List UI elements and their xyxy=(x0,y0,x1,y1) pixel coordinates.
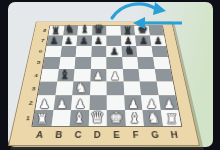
square-h3 xyxy=(156,82,175,96)
piece-bN-f6: ♞ xyxy=(124,45,135,57)
square-f1: ♝ xyxy=(125,110,144,126)
piece-wP-a2: ♟ xyxy=(39,98,50,110)
file-label-G: G xyxy=(145,127,166,143)
square-h1: ♜ xyxy=(160,110,181,126)
chess-board: ♜♞♝♛♜♚♟♟♟♟♟♟♟♟♞♝♟♟♞♟♟♟♟♟♟♜♝♛♚♝♞♜ xyxy=(31,25,182,126)
board-perspective-tilt: 87654321 ♜♞♝♛♜♚♟♟♟♟♟♟♟♟♞♝♟♟♞♟♟♟♟♟♟♜♝♛♚♝♞… xyxy=(8,22,200,146)
square-b6 xyxy=(60,46,76,57)
square-g7: ♟ xyxy=(135,36,151,46)
piece-wQ-d1: ♛ xyxy=(90,110,105,126)
square-a8: ♜ xyxy=(48,26,64,36)
square-c1: ♝ xyxy=(70,110,89,126)
square-c7: ♟ xyxy=(76,36,91,46)
square-e1: ♚ xyxy=(107,110,126,126)
piece-wP-g2: ♟ xyxy=(146,98,157,110)
square-h6 xyxy=(151,46,168,57)
square-b8: ♞ xyxy=(63,26,78,36)
piece-wP-e4: ♟ xyxy=(110,71,120,82)
square-c2: ♟ xyxy=(71,95,89,110)
file-labels: ABCDEFGH xyxy=(29,127,186,143)
square-e2 xyxy=(107,95,125,110)
square-a7: ♟ xyxy=(47,36,63,46)
piece-wN-g1: ♞ xyxy=(147,112,160,126)
piece-wN-c3: ♞ xyxy=(75,82,87,95)
square-d1: ♛ xyxy=(88,110,107,126)
piece-wP-d4: ♟ xyxy=(93,71,103,82)
square-d3 xyxy=(89,82,106,96)
piece-bP-a7: ♟ xyxy=(50,36,59,46)
square-g2: ♟ xyxy=(141,95,160,110)
square-g4 xyxy=(138,69,156,82)
square-d4: ♟ xyxy=(90,69,107,82)
rook-move-arrowhead-icon xyxy=(133,17,145,29)
piece-wB-f1: ♝ xyxy=(128,112,141,126)
square-e6: ♟ xyxy=(106,46,122,57)
file-label-A: A xyxy=(29,127,51,143)
file-label-D: D xyxy=(87,127,107,143)
king-move-arrowhead-icon xyxy=(153,2,166,15)
piece-wK-e1: ♚ xyxy=(109,111,123,126)
square-h7: ♟ xyxy=(150,36,166,46)
square-e7 xyxy=(106,36,121,46)
square-a2: ♟ xyxy=(35,95,55,110)
square-a3 xyxy=(38,82,57,96)
piece-bB-c8: ♝ xyxy=(80,24,90,35)
piece-bR-a8: ♜ xyxy=(51,25,60,35)
square-b7: ♟ xyxy=(62,36,78,46)
board-frame: 87654321 ♜♞♝♛♜♚♟♟♟♟♟♟♟♟♞♝♟♟♞♟♟♟♟♟♟♜♝♛♚♝♞… xyxy=(8,22,200,146)
square-g5 xyxy=(137,57,154,69)
square-a1: ♜ xyxy=(33,110,54,126)
square-h2: ♟ xyxy=(158,95,178,110)
square-c5 xyxy=(75,57,91,69)
square-h4 xyxy=(154,69,172,82)
square-e3 xyxy=(107,82,124,96)
square-f3 xyxy=(123,82,141,96)
piece-bP-e6: ♟ xyxy=(109,47,118,57)
square-b3 xyxy=(55,82,73,96)
square-e5 xyxy=(106,57,122,69)
square-a5 xyxy=(43,57,61,69)
castling-arrows xyxy=(104,0,188,32)
square-d5 xyxy=(90,57,106,69)
piece-wR-a1: ♜ xyxy=(36,113,48,126)
piece-bN-b8: ♞ xyxy=(65,24,75,35)
file-label-F: F xyxy=(126,127,146,143)
square-a6 xyxy=(45,46,62,57)
square-f5 xyxy=(122,57,139,69)
file-label-E: E xyxy=(107,127,127,143)
piece-bQ-d8: ♛ xyxy=(93,23,104,36)
square-e4: ♟ xyxy=(106,69,123,82)
square-f2: ♟ xyxy=(124,95,143,110)
file-label-H: H xyxy=(163,127,185,143)
piece-wP-b2: ♟ xyxy=(57,98,68,110)
piece-bP-h7: ♟ xyxy=(154,36,163,46)
piece-bP-g7: ♟ xyxy=(139,36,148,46)
square-g3 xyxy=(140,82,159,96)
piece-bP-b7: ♟ xyxy=(65,36,74,46)
piece-bB-b4: ♝ xyxy=(59,69,70,82)
square-b4: ♝ xyxy=(57,69,75,82)
square-b2: ♟ xyxy=(53,95,72,110)
piece-wB-c1: ♝ xyxy=(73,112,86,126)
square-b1 xyxy=(51,110,71,126)
square-f6: ♞ xyxy=(121,46,137,57)
file-label-B: B xyxy=(48,127,69,143)
square-a4 xyxy=(40,69,58,82)
piece-wP-c2: ♟ xyxy=(75,98,86,110)
square-h5 xyxy=(153,57,171,69)
square-d6 xyxy=(91,46,106,57)
piece-wP-f2: ♟ xyxy=(128,98,139,110)
king-move-arrow-icon xyxy=(112,4,156,18)
piece-bP-d7: ♟ xyxy=(94,36,103,46)
square-c8: ♝ xyxy=(77,26,92,36)
file-label-C: C xyxy=(68,127,88,143)
square-c6 xyxy=(76,46,92,57)
square-g6 xyxy=(136,46,153,57)
square-g1: ♞ xyxy=(142,110,162,126)
square-c3: ♞ xyxy=(72,82,90,96)
square-d7: ♟ xyxy=(91,36,106,46)
square-f4 xyxy=(122,69,139,82)
piece-wR-h1: ♜ xyxy=(166,113,178,126)
piece-wP-h2: ♟ xyxy=(164,98,175,110)
piece-bP-c7: ♟ xyxy=(79,36,88,46)
